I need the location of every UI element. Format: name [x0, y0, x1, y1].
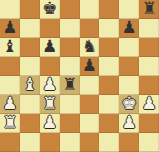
square-f6[interactable] — [99, 38, 119, 57]
square-d8[interactable] — [60, 0, 80, 19]
square-f3[interactable] — [99, 95, 119, 114]
square-h1[interactable] — [139, 133, 159, 152]
square-g5[interactable] — [119, 57, 139, 76]
square-g1[interactable] — [119, 133, 139, 152]
square-b1[interactable] — [20, 133, 40, 152]
square-b3[interactable] — [20, 95, 40, 114]
white-pawn[interactable]: ♟ — [141, 94, 156, 113]
square-f4[interactable] — [99, 76, 119, 95]
black-bishop[interactable]: ♝ — [2, 37, 17, 56]
square-e3[interactable] — [80, 95, 100, 114]
black-pawn[interactable]: ♟ — [82, 56, 97, 75]
square-g2[interactable]: ♟ — [119, 114, 139, 133]
square-a1[interactable] — [0, 133, 20, 152]
square-a6[interactable]: ♝ — [0, 38, 20, 57]
square-d6[interactable] — [60, 38, 80, 57]
square-a5[interactable] — [0, 57, 20, 76]
square-f1[interactable] — [99, 133, 119, 152]
white-pawn[interactable]: ♟ — [42, 75, 57, 94]
white-bishop[interactable]: ♝ — [22, 75, 37, 94]
square-e1[interactable] — [80, 133, 100, 152]
black-king[interactable]: ♚ — [42, 0, 57, 18]
square-e4[interactable] — [80, 76, 100, 95]
square-b7[interactable] — [20, 19, 40, 38]
square-b4[interactable]: ♝ — [20, 76, 40, 95]
white-pawn[interactable]: ♟ — [42, 113, 57, 132]
square-d4[interactable]: ♜ — [60, 76, 80, 95]
square-b6[interactable] — [20, 38, 40, 57]
square-f5[interactable] — [99, 57, 119, 76]
square-c1[interactable] — [40, 133, 60, 152]
square-e2[interactable] — [80, 114, 100, 133]
white-pawn[interactable]: ♟ — [122, 113, 137, 132]
square-d2[interactable] — [60, 114, 80, 133]
square-c8[interactable]: ♚ — [40, 0, 60, 19]
square-a2[interactable]: ♜ — [0, 114, 20, 133]
square-c6[interactable]: ♟ — [40, 38, 60, 57]
square-h2[interactable] — [139, 114, 159, 133]
white-rook[interactable]: ♜ — [2, 113, 17, 132]
square-b2[interactable] — [20, 114, 40, 133]
square-h5[interactable] — [139, 57, 159, 76]
square-g7[interactable]: ♟ — [119, 19, 139, 38]
black-pawn[interactable]: ♟ — [122, 18, 137, 37]
square-h7[interactable] — [139, 19, 159, 38]
square-d7[interactable] — [60, 19, 80, 38]
square-d3[interactable] — [60, 95, 80, 114]
chess-board: ♚♜♟♟♝♟♞♟♝♟♜♟♜♚♟♜♟♟ — [0, 0, 159, 152]
white-king[interactable]: ♚ — [122, 94, 137, 113]
white-pawn[interactable]: ♟ — [2, 94, 17, 113]
square-e8[interactable] — [80, 0, 100, 19]
square-e5[interactable]: ♟ — [80, 57, 100, 76]
white-rook[interactable]: ♜ — [42, 94, 57, 113]
square-f8[interactable] — [99, 0, 119, 19]
black-pawn[interactable]: ♟ — [42, 37, 57, 56]
square-f7[interactable] — [99, 19, 119, 38]
square-h3[interactable]: ♟ — [139, 95, 159, 114]
square-g6[interactable] — [119, 38, 139, 57]
square-h6[interactable] — [139, 38, 159, 57]
square-c2[interactable]: ♟ — [40, 114, 60, 133]
black-knight[interactable]: ♞ — [82, 37, 97, 56]
black-pawn[interactable]: ♟ — [2, 18, 17, 37]
black-rook[interactable]: ♜ — [62, 75, 77, 94]
square-h8[interactable]: ♜ — [139, 0, 159, 19]
square-f2[interactable] — [99, 114, 119, 133]
square-b8[interactable] — [20, 0, 40, 19]
black-rook[interactable]: ♜ — [141, 0, 156, 18]
square-d1[interactable] — [60, 133, 80, 152]
